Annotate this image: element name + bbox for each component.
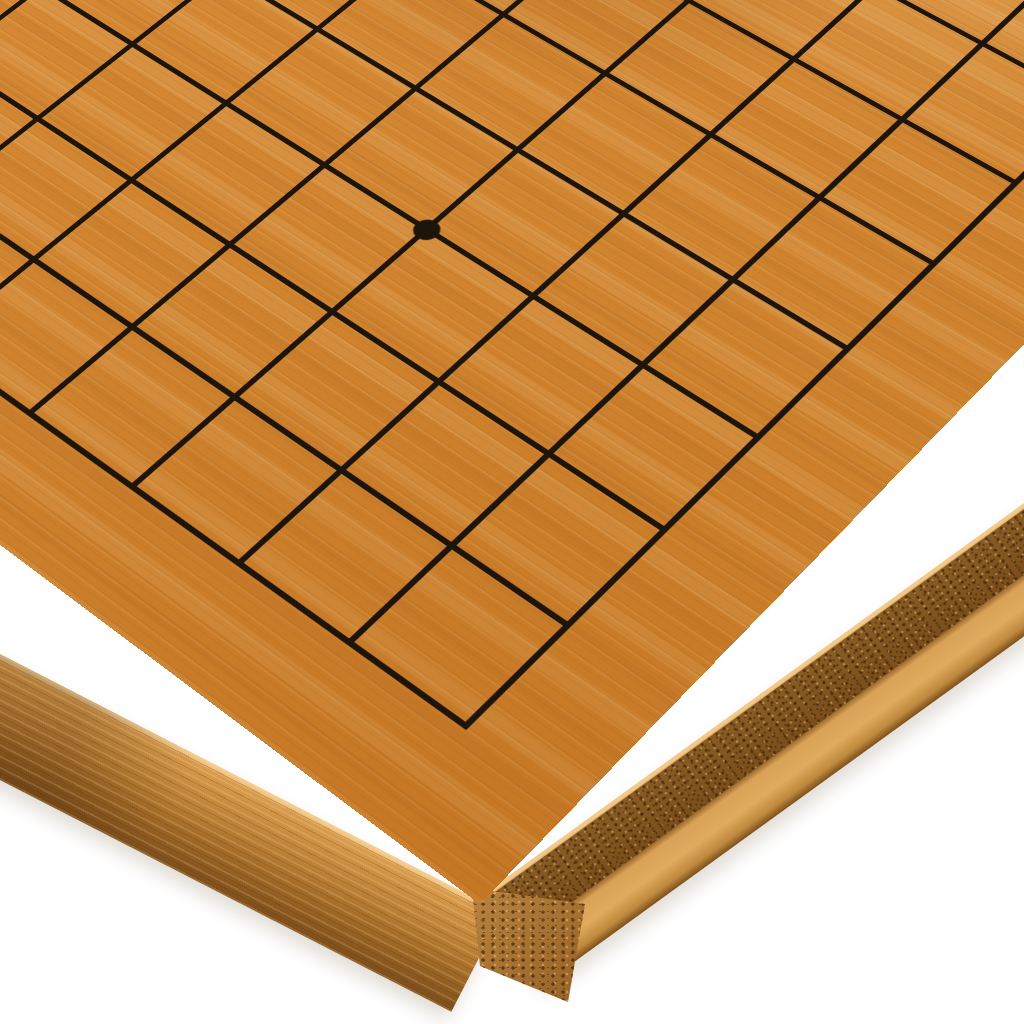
scene [0, 0, 1024, 1024]
board-perspective-wrapper [0, 0, 1024, 1024]
board-projection [0, 0, 1024, 1024]
goban-grid [0, 0, 1024, 730]
goban-top-surface [0, 0, 1024, 904]
